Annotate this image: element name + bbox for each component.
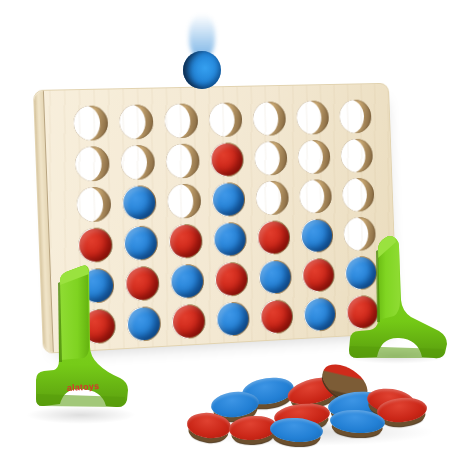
product-photo-connect-four: alatoys — [0, 0, 450, 450]
